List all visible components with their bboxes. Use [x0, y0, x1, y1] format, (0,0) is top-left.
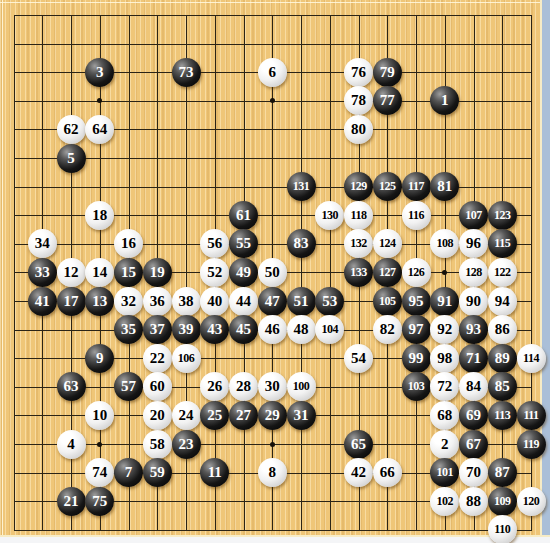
stone-black-11: 11: [200, 458, 229, 487]
stone-white-50: 50: [258, 258, 287, 287]
stone-black-97: 97: [402, 315, 431, 344]
stone-white-96: 96: [459, 229, 488, 258]
stone-black-19: 19: [143, 258, 172, 287]
stone-black-133: 133: [344, 258, 373, 287]
stone-white-100: 100: [287, 372, 316, 401]
stone-white-32: 32: [114, 287, 143, 316]
stone-black-89: 89: [488, 344, 517, 373]
stone-black-115: 115: [488, 229, 517, 258]
stone-white-10: 10: [85, 401, 114, 430]
stone-white-34: 34: [28, 229, 57, 258]
window-background-right-strip: [542, 0, 550, 543]
stone-black-119: 119: [517, 430, 546, 459]
stone-black-85: 85: [488, 372, 517, 401]
stone-white-54: 54: [344, 344, 373, 373]
stone-white-14: 14: [85, 258, 114, 287]
stone-black-125: 125: [373, 172, 402, 201]
stone-white-108: 108: [430, 229, 459, 258]
stone-white-122: 122: [488, 258, 517, 287]
stone-white-114: 114: [517, 344, 546, 373]
stone-black-7: 7: [114, 458, 143, 487]
stone-black-95: 95: [402, 287, 431, 316]
stone-white-98: 98: [430, 344, 459, 373]
stone-white-58: 58: [143, 430, 172, 459]
stone-black-25: 25: [200, 401, 229, 430]
stone-white-72: 72: [430, 372, 459, 401]
stone-white-42: 42: [344, 458, 373, 487]
stone-black-69: 69: [459, 401, 488, 430]
stone-black-101: 101: [430, 458, 459, 487]
stone-white-70: 70: [459, 458, 488, 487]
stone-black-1: 1: [430, 86, 459, 115]
stone-black-105: 105: [373, 287, 402, 316]
stone-white-56: 56: [200, 229, 229, 258]
stone-black-67: 67: [459, 430, 488, 459]
stone-white-74: 74: [85, 458, 114, 487]
stone-white-30: 30: [258, 372, 287, 401]
stone-black-21: 21: [57, 487, 86, 516]
stone-white-82: 82: [373, 315, 402, 344]
stone-black-57: 57: [114, 372, 143, 401]
stone-black-33: 33: [28, 258, 57, 287]
stone-black-29: 29: [258, 401, 287, 430]
stone-black-79: 79: [373, 58, 402, 87]
stone-white-84: 84: [459, 372, 488, 401]
stone-black-15: 15: [114, 258, 143, 287]
star-point: [442, 270, 447, 275]
stone-black-13: 13: [85, 287, 114, 316]
stone-black-39: 39: [172, 315, 201, 344]
stone-white-106: 106: [172, 344, 201, 373]
stone-white-28: 28: [229, 372, 258, 401]
stone-white-4: 4: [57, 430, 86, 459]
stone-white-118: 118: [344, 201, 373, 230]
stone-black-59: 59: [143, 458, 172, 487]
star-point: [270, 98, 275, 103]
stone-black-49: 49: [229, 258, 258, 287]
star-point: [97, 98, 102, 103]
stone-white-104: 104: [315, 315, 344, 344]
stone-black-17: 17: [57, 287, 86, 316]
stone-black-43: 43: [200, 315, 229, 344]
stone-white-2: 2: [430, 430, 459, 459]
stone-white-22: 22: [143, 344, 172, 373]
stone-white-38: 38: [172, 287, 201, 316]
stone-white-80: 80: [344, 115, 373, 144]
board-top-bevel: [0, 2, 550, 3]
stone-black-37: 37: [143, 315, 172, 344]
stone-black-91: 91: [430, 287, 459, 316]
stone-black-23: 23: [172, 430, 201, 459]
stone-black-47: 47: [258, 287, 287, 316]
stone-black-107: 107: [459, 201, 488, 230]
stone-black-65: 65: [344, 430, 373, 459]
stone-black-27: 27: [229, 401, 258, 430]
stone-white-68: 68: [430, 401, 459, 430]
stone-black-61: 61: [229, 201, 258, 230]
stone-black-81: 81: [430, 172, 459, 201]
stone-white-66: 66: [373, 458, 402, 487]
board-left-bevel: [2, 0, 3, 543]
stone-white-90: 90: [459, 287, 488, 316]
stone-black-3: 3: [85, 58, 114, 87]
stone-white-102: 102: [430, 487, 459, 516]
stone-white-24: 24: [172, 401, 201, 430]
stone-black-111: 111: [517, 401, 546, 430]
stone-white-132: 132: [344, 229, 373, 258]
stone-black-131: 131: [287, 172, 316, 201]
stone-white-86: 86: [488, 315, 517, 344]
stone-white-12: 12: [57, 258, 86, 287]
stone-white-8: 8: [258, 458, 287, 487]
stone-black-41: 41: [28, 287, 57, 316]
stone-white-36: 36: [143, 287, 172, 316]
stone-white-64: 64: [85, 115, 114, 144]
grid-line-vertical: [330, 15, 331, 531]
stone-white-60: 60: [143, 372, 172, 401]
stone-black-51: 51: [287, 287, 316, 316]
stone-black-53: 53: [315, 287, 344, 316]
stone-black-113: 113: [488, 401, 517, 430]
stone-white-124: 124: [373, 229, 402, 258]
stone-white-130: 130: [315, 201, 344, 230]
stone-white-46: 46: [258, 315, 287, 344]
stone-white-110: 110: [488, 515, 517, 543]
stone-black-117: 117: [402, 172, 431, 201]
stone-black-45: 45: [229, 315, 258, 344]
stone-white-52: 52: [200, 258, 229, 287]
window-background-bottom-strip: [0, 537, 550, 543]
stone-white-88: 88: [459, 487, 488, 516]
stone-white-92: 92: [430, 315, 459, 344]
stone-black-71: 71: [459, 344, 488, 373]
stone-black-9: 9: [85, 344, 114, 373]
stone-white-48: 48: [287, 315, 316, 344]
stone-white-18: 18: [85, 201, 114, 230]
stone-white-40: 40: [200, 287, 229, 316]
stone-black-83: 83: [287, 229, 316, 258]
stone-white-128: 128: [459, 258, 488, 287]
stone-white-20: 20: [143, 401, 172, 430]
stone-black-75: 75: [85, 487, 114, 516]
stone-white-116: 116: [402, 201, 431, 230]
stone-white-94: 94: [488, 287, 517, 316]
stone-black-31: 31: [287, 401, 316, 430]
stone-black-103: 103: [402, 372, 431, 401]
stone-white-76: 76: [344, 58, 373, 87]
stone-black-87: 87: [488, 458, 517, 487]
grid-line-vertical: [301, 15, 302, 531]
stone-white-44: 44: [229, 287, 258, 316]
stone-white-120: 120: [517, 487, 546, 516]
stone-black-63: 63: [57, 372, 86, 401]
grid-line-horizontal: [14, 530, 533, 531]
stone-black-55: 55: [229, 229, 258, 258]
stone-black-35: 35: [114, 315, 143, 344]
stone-white-26: 26: [200, 372, 229, 401]
stone-black-73: 73: [172, 58, 201, 87]
stone-black-99: 99: [402, 344, 431, 373]
star-point: [270, 442, 275, 447]
stone-black-127: 127: [373, 258, 402, 287]
stone-black-109: 109: [488, 487, 517, 516]
stone-white-16: 16: [114, 229, 143, 258]
stone-white-78: 78: [344, 86, 373, 115]
star-point: [97, 442, 102, 447]
stone-white-126: 126: [402, 258, 431, 287]
stone-black-5: 5: [57, 144, 86, 173]
stone-black-123: 123: [488, 201, 517, 230]
stone-white-62: 62: [57, 115, 86, 144]
stone-black-129: 129: [344, 172, 373, 201]
stone-white-6: 6: [258, 58, 287, 87]
stone-black-77: 77: [373, 86, 402, 115]
stone-black-93: 93: [459, 315, 488, 344]
go-board[interactable]: 3736767978771626480513112912511781186113…: [0, 0, 550, 543]
